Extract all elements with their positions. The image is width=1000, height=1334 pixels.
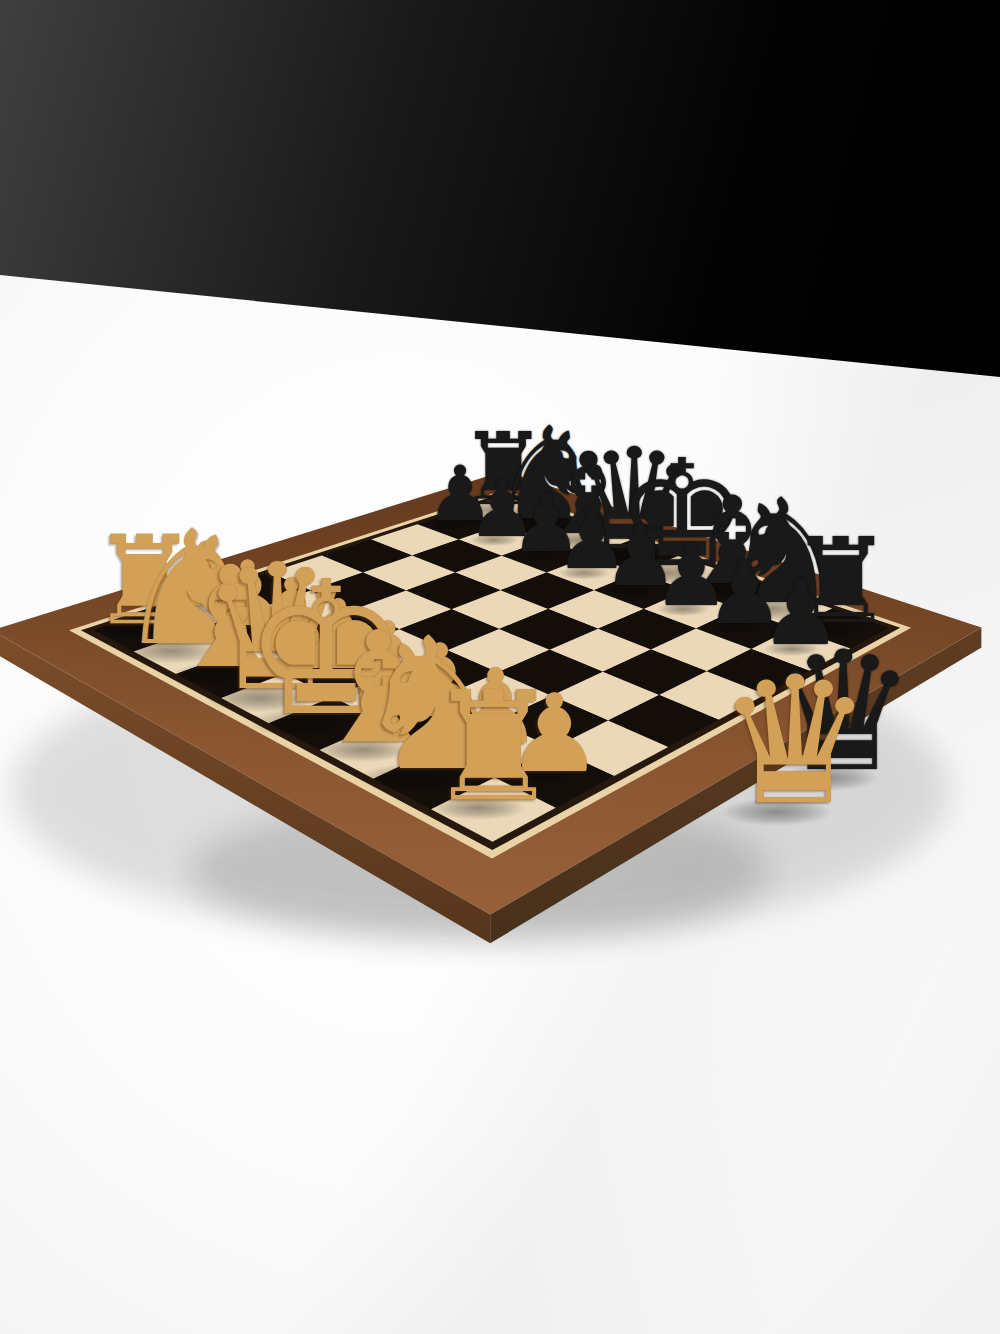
- piece-white-queen-off-board: ♛: [716, 654, 874, 830]
- product-photo-scene: ♜♞♝♛♚♝♞♜♟♟♟♟♟♟♟♟♟♟♟♟♟♟♟♟♜♞♝♛♚♝♞♜♛♛: [0, 0, 1000, 1334]
- piece-white-rook-h1: ♜: [426, 672, 561, 823]
